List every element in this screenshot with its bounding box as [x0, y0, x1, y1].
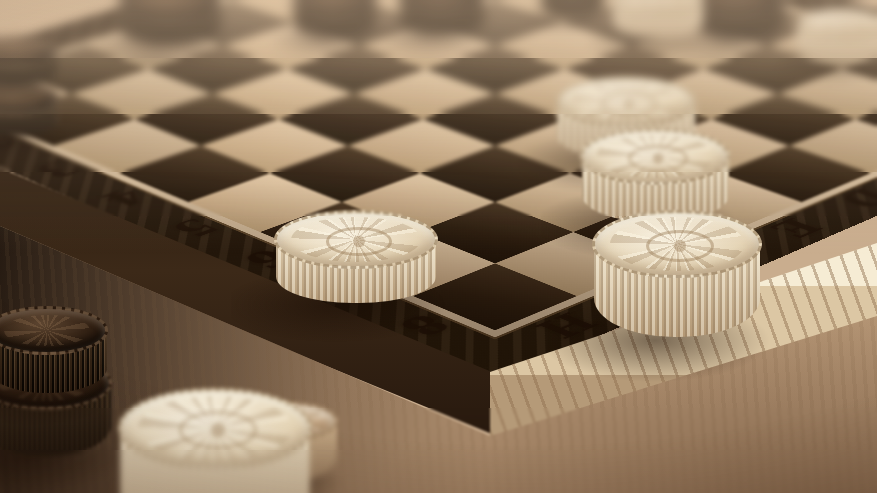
dark-man-far-e2	[292, 0, 378, 18]
pieces-layer	[0, 0, 877, 493]
white-man-e6	[556, 76, 696, 128]
checkers-photo: 87654321HGFEDCBA	[0, 0, 877, 493]
dark-man-far-c2	[540, 0, 606, 2]
white-man-h7	[274, 210, 438, 269]
dark-man-far-b1	[692, 0, 786, 17]
white-man-f7	[580, 128, 730, 185]
dark-king-stack-top	[0, 306, 108, 355]
white-man-g8	[592, 210, 762, 278]
white-man-b3	[612, 0, 704, 18]
dark-man-far-f1	[118, 0, 222, 22]
dark-stack-left-top	[0, 36, 58, 67]
dark-man-far-d1	[398, 0, 486, 15]
white-man-a4	[796, 8, 877, 41]
white-man-table-bright	[118, 388, 312, 469]
